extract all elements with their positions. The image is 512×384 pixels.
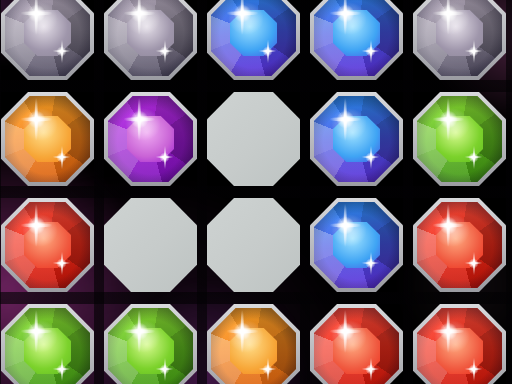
gem-red[interactable] [413, 304, 506, 384]
gem-body [417, 202, 502, 288]
game-board-screen [0, 0, 512, 384]
sparkle-icon [226, 309, 258, 354]
sparkle-icon [52, 357, 72, 382]
gem-orange[interactable] [207, 304, 300, 384]
empty-cell[interactable] [207, 198, 300, 292]
sparkle-icon [432, 0, 464, 36]
gem-blue[interactable] [310, 198, 403, 292]
gem-body [417, 308, 502, 384]
gem-body [211, 308, 296, 384]
sparkle-icon [123, 309, 155, 354]
sparkle-icon [226, 0, 258, 36]
sparkle-icon [464, 39, 484, 64]
sparkle-icon [329, 309, 361, 354]
gem-red[interactable] [413, 198, 506, 292]
sparkle-icon [20, 97, 52, 142]
gem-body [314, 96, 399, 182]
empty-cell[interactable] [207, 92, 300, 186]
sparkle-icon [155, 357, 175, 382]
gem-body [5, 0, 90, 76]
sparkle-icon [52, 39, 72, 64]
sparkle-icon [20, 0, 52, 36]
sparkle-icon [361, 39, 381, 64]
sparkle-icon [464, 251, 484, 276]
sparkle-icon [432, 97, 464, 142]
sparkle-icon [464, 145, 484, 170]
gem-body [314, 308, 399, 384]
sparkle-icon [52, 251, 72, 276]
sparkle-icon [123, 97, 155, 142]
gem-body [5, 96, 90, 182]
gem-gray[interactable] [1, 0, 94, 80]
gem-blue[interactable] [207, 0, 300, 80]
gem-blue[interactable] [310, 0, 403, 80]
sparkle-icon [432, 309, 464, 354]
gem-body [314, 0, 399, 76]
sparkle-icon [123, 0, 155, 36]
gem-body [108, 308, 193, 384]
gem-body [211, 0, 296, 76]
gem-green[interactable] [1, 304, 94, 384]
sparkle-icon [329, 203, 361, 248]
gem-body [314, 202, 399, 288]
gem-purple[interactable] [104, 92, 197, 186]
sparkle-icon [155, 145, 175, 170]
sparkle-icon [258, 357, 278, 382]
gem-red[interactable] [310, 304, 403, 384]
gem-blue[interactable] [310, 92, 403, 186]
sparkle-icon [361, 145, 381, 170]
sparkle-icon [20, 309, 52, 354]
empty-cell[interactable] [104, 198, 197, 292]
gem-orange[interactable] [1, 92, 94, 186]
gem-body [5, 308, 90, 384]
gem-body [5, 202, 90, 288]
gem-red[interactable] [1, 198, 94, 292]
sparkle-icon [464, 357, 484, 382]
sparkle-icon [361, 251, 381, 276]
gem-body [417, 96, 502, 182]
gem-board [0, 0, 512, 384]
gem-green[interactable] [413, 92, 506, 186]
sparkle-icon [155, 39, 175, 64]
gem-gray[interactable] [104, 0, 197, 80]
gem-gray[interactable] [413, 0, 506, 80]
sparkle-icon [20, 203, 52, 248]
sparkle-icon [432, 203, 464, 248]
sparkle-icon [361, 357, 381, 382]
gem-body [108, 96, 193, 182]
sparkle-icon [329, 97, 361, 142]
sparkle-icon [258, 39, 278, 64]
sparkle-icon [52, 145, 72, 170]
gem-body [417, 0, 502, 76]
sparkle-icon [329, 0, 361, 36]
gem-body [108, 0, 193, 76]
gem-green[interactable] [104, 304, 197, 384]
